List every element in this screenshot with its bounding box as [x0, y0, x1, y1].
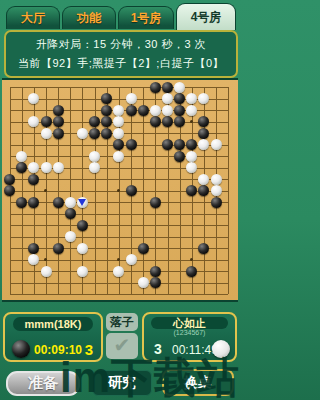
white-stone: [28, 162, 39, 173]
black-stone: [198, 116, 209, 127]
white-stone: [211, 139, 222, 150]
black-stone: [113, 139, 124, 150]
white-stone: [162, 105, 173, 116]
black-stone: [150, 82, 161, 93]
black-stone: [198, 128, 209, 139]
star-point: [190, 258, 193, 261]
black-stone: [186, 139, 197, 150]
star-point: [117, 189, 120, 192]
white-stone: [211, 174, 222, 185]
black-stone: [53, 116, 64, 127]
black-stone: [126, 105, 137, 116]
black-stone: [126, 139, 137, 150]
black-stone: [101, 116, 112, 127]
game-rules-text: 升降对局：15 分钟，30 秒，3 次: [36, 35, 206, 54]
black-stone: [138, 105, 149, 116]
black-stone: [174, 116, 185, 127]
black-stone: [28, 174, 39, 185]
black-stone: [16, 197, 27, 208]
white-stone: [211, 185, 222, 196]
white-stone: [126, 254, 137, 265]
white-stone: [113, 105, 124, 116]
black-stone: [101, 128, 112, 139]
black-stone: [89, 128, 100, 139]
white-stone: [28, 93, 39, 104]
black-stone: [162, 139, 173, 150]
black-stone: [89, 116, 100, 127]
white-stone: [77, 266, 88, 277]
white-stone: [126, 93, 137, 104]
place-stone-widget: 落子 ✔: [106, 313, 138, 359]
white-stone: [28, 116, 39, 127]
white-stone: [77, 128, 88, 139]
black-stone: [162, 82, 173, 93]
study-button[interactable]: 研究: [92, 370, 152, 396]
grid-line-v: [228, 87, 229, 294]
white-stone: [41, 266, 52, 277]
black-stone: [65, 208, 76, 219]
white-stone: [77, 243, 88, 254]
grid-line-h: [10, 248, 229, 249]
black-stone: [211, 197, 222, 208]
white-stone: [41, 128, 52, 139]
confirm-move-button[interactable]: ✔: [106, 333, 138, 359]
black-stone: [101, 105, 112, 116]
white-stone: [53, 162, 64, 173]
black-stone: [150, 197, 161, 208]
black-stone: [77, 220, 88, 231]
tab-room1[interactable]: 1号房: [118, 6, 174, 29]
black-stone: [186, 266, 197, 277]
black-stone: [150, 266, 161, 277]
white-periods-left: 3: [154, 341, 162, 357]
black-stone: [28, 243, 39, 254]
white-stone: [198, 174, 209, 185]
white-stone: [150, 105, 161, 116]
white-stone: [186, 151, 197, 162]
white-stone: [198, 139, 209, 150]
white-stone: [113, 151, 124, 162]
black-stone: [126, 185, 137, 196]
black-clock: 00:09:10: [34, 343, 82, 357]
black-stone-icon: [12, 340, 30, 358]
white-stone: [16, 151, 27, 162]
white-player-subtitle: (1234567): [144, 329, 235, 336]
white-stone: [41, 162, 52, 173]
tab-room4-active[interactable]: 4号房: [176, 3, 236, 30]
white-stone: [186, 93, 197, 104]
grid-line-h: [10, 214, 229, 215]
white-stone: [162, 93, 173, 104]
black-stone: [101, 93, 112, 104]
game-info-box: 升降对局：15 分钟，30 秒，3 次 当前【92】手;黑提子【2】;白提子【0…: [4, 30, 238, 78]
white-stone: [186, 105, 197, 116]
white-stone: [89, 151, 100, 162]
grid-line-h: [10, 237, 229, 238]
black-stone: [53, 128, 64, 139]
black-stone: [16, 162, 27, 173]
black-periods-left: 3: [85, 341, 93, 358]
black-stone: [174, 93, 185, 104]
white-stone: [198, 93, 209, 104]
move-capture-status: 当前【92】手;黑提子【2】;白提子【0】: [18, 54, 224, 73]
grid-line-h: [10, 225, 229, 226]
black-stone: [4, 185, 15, 196]
white-stone: [28, 254, 39, 265]
black-stone: [4, 174, 15, 185]
black-stone: [198, 185, 209, 196]
tab-functions[interactable]: 功能: [62, 6, 116, 29]
white-stone: [89, 162, 100, 173]
white-stone: [113, 266, 124, 277]
white-stone: [186, 162, 197, 173]
black-stone: [138, 243, 149, 254]
black-stone: [198, 243, 209, 254]
grid-line-h: [10, 294, 229, 295]
white-player-name: 心如止: [151, 317, 227, 329]
grid-line-v: [143, 87, 144, 294]
white-stone: [113, 128, 124, 139]
white-stone: [113, 116, 124, 127]
place-stone-label: 落子: [106, 313, 138, 331]
black-stone: [41, 116, 52, 127]
ready-button[interactable]: 准备: [6, 371, 80, 396]
white-stone-icon: [212, 340, 230, 358]
black-stone: [28, 197, 39, 208]
tab-lobby[interactable]: 大厅: [6, 6, 60, 29]
white-clock: 00:11:49: [172, 343, 218, 357]
white-stone: [138, 277, 149, 288]
grid-line-h: [10, 202, 229, 203]
black-stone: [150, 277, 161, 288]
white-stone: [174, 82, 185, 93]
black-stone: [53, 243, 64, 254]
go-board[interactable]: [2, 80, 238, 300]
black-stone: [174, 139, 185, 150]
black-stone: [174, 151, 185, 162]
black-player-panel: mmm(18K) 00:09:10 3: [3, 312, 103, 362]
last-move-marker: [78, 199, 86, 206]
black-player-name: mmm(18K): [13, 317, 94, 331]
white-stone: [65, 231, 76, 242]
black-stone: [186, 185, 197, 196]
star-point: [190, 120, 193, 123]
black-stone: [53, 105, 64, 116]
grid-line-h: [10, 283, 229, 284]
black-stone: [162, 116, 173, 127]
black-stone: [53, 197, 64, 208]
swap-table-button[interactable]: 换桌: [162, 369, 234, 396]
black-stone: [150, 116, 161, 127]
white-player-panel: 心如止 (1234567) 3 00:11:49: [142, 312, 237, 362]
star-point: [117, 258, 120, 261]
black-stone: [174, 105, 185, 116]
white-stone: [65, 197, 76, 208]
